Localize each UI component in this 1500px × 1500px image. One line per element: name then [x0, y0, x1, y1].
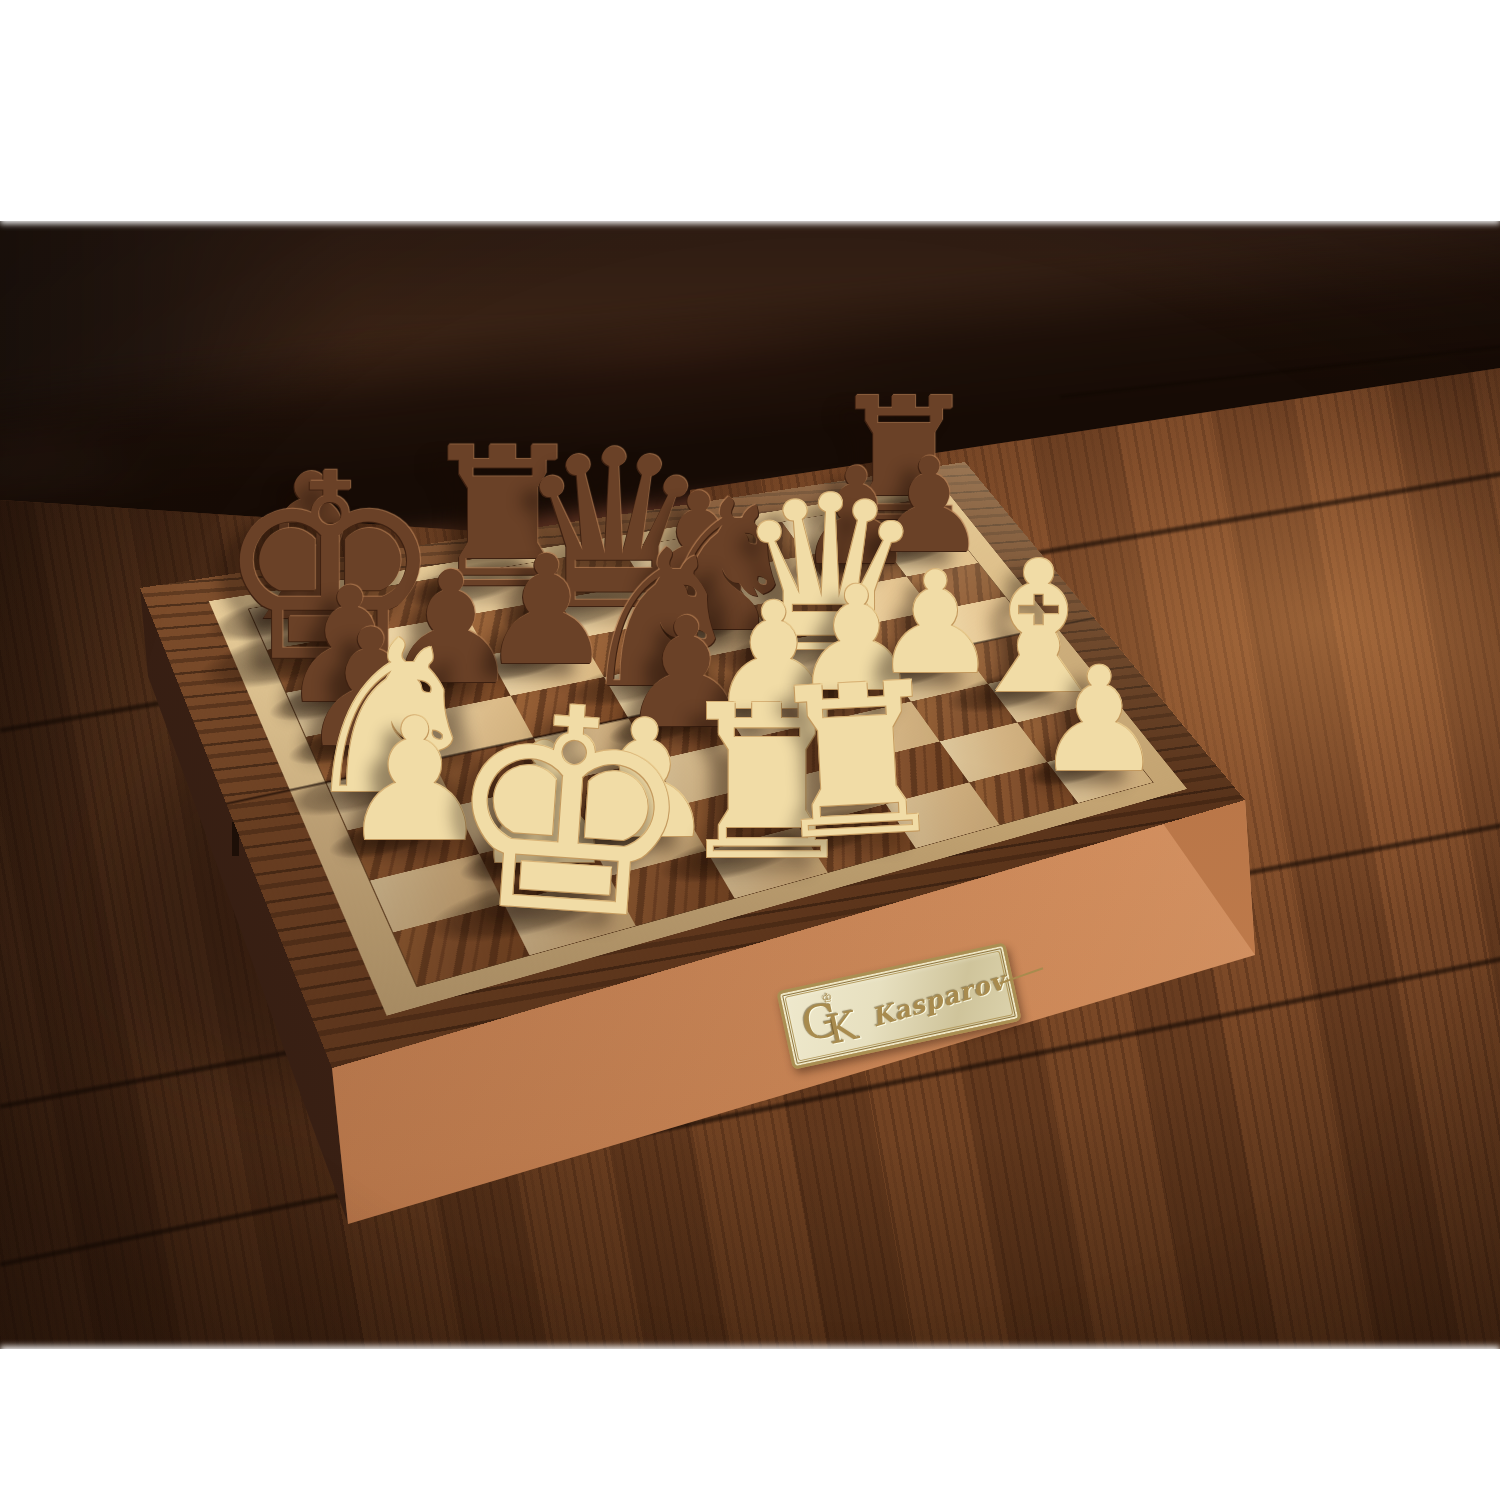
canvas-margin-bottom	[0, 1349, 1500, 1500]
crown-icon: ♔	[820, 990, 833, 1006]
piece-white-pawn-h1[interactable]: ♟	[1034, 648, 1163, 792]
canvas-margin-top	[0, 0, 1500, 221]
piece-white-rook-e1[interactable]: ♜	[759, 655, 955, 871]
scene: ♝♜♜♚♛♟♟♟♟♟♟♞♟♞♟♛♞♟♟♟♟♝♟♟♚♜♜♟ G ♔ K Kaspa…	[0, 0, 1500, 1500]
plaque-monogram: G ♔ K	[794, 984, 869, 1056]
piece-white-king-b1[interactable]: ♚	[435, 664, 705, 961]
